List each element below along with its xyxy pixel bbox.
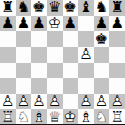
- square-h1[interactable]: ♜♖: [109, 109, 125, 125]
- piece-white-queen[interactable]: ♕: [47, 109, 63, 125]
- square-h5[interactable]: [109, 47, 125, 63]
- square-f4[interactable]: [78, 63, 94, 79]
- square-c5[interactable]: [31, 47, 47, 63]
- square-a1[interactable]: ♜♖: [0, 109, 16, 125]
- board-grid: ♜♞♚♛♚♝♞♜♟♟♟♚♔♟♟♟♚♟♙♟♙♟♙♟♙♟♙♟♙♟♙♟♙♜♖♞♘♝♗♛…: [0, 0, 125, 125]
- square-c7[interactable]: ♟: [31, 16, 47, 32]
- piece-white-bishop[interactable]: ♗: [31, 109, 47, 125]
- square-a6[interactable]: [0, 31, 16, 47]
- square-a7[interactable]: ♟: [0, 16, 16, 32]
- piece-black-pawn[interactable]: ♟: [94, 16, 110, 32]
- piece-white-rook[interactable]: ♖: [0, 109, 16, 125]
- square-a5[interactable]: [0, 47, 16, 63]
- square-f1[interactable]: ♝♗: [78, 109, 94, 125]
- board-bottom-edge: [0, 124, 125, 125]
- square-c4[interactable]: [31, 63, 47, 79]
- chess-board: ♜♞♚♛♚♝♞♜♟♟♟♚♔♟♟♟♚♟♙♟♙♟♙♟♙♟♙♟♙♟♙♟♙♜♖♞♘♝♗♛…: [0, 0, 125, 125]
- piece-black-pawn[interactable]: ♟: [0, 16, 16, 32]
- square-e1[interactable]: ♚♔: [63, 109, 79, 125]
- square-f5[interactable]: ♟♙: [78, 47, 94, 63]
- piece-black-pawn[interactable]: ♟: [16, 16, 32, 32]
- square-c1[interactable]: ♝♗: [31, 109, 47, 125]
- square-g7[interactable]: ♟: [94, 16, 110, 32]
- square-d4[interactable]: [47, 63, 63, 79]
- piece-white-king[interactable]: ♔: [47, 16, 63, 32]
- square-b7[interactable]: ♟: [16, 16, 32, 32]
- piece-black-pawn[interactable]: ♟: [63, 16, 79, 32]
- square-g4[interactable]: [94, 63, 110, 79]
- square-e5[interactable]: [63, 47, 79, 63]
- square-c6[interactable]: [31, 31, 47, 47]
- square-b6[interactable]: [16, 31, 32, 47]
- square-e3[interactable]: [63, 78, 79, 94]
- square-b4[interactable]: [16, 63, 32, 79]
- square-a4[interactable]: [0, 63, 16, 79]
- square-g6[interactable]: ♚: [94, 31, 110, 47]
- square-d7[interactable]: ♚♔: [47, 16, 63, 32]
- square-e6[interactable]: [63, 31, 79, 47]
- piece-white-king[interactable]: ♔: [63, 109, 79, 125]
- square-h6[interactable]: [109, 31, 125, 47]
- piece-white-pawn[interactable]: ♙: [78, 47, 94, 63]
- square-f7[interactable]: [78, 16, 94, 32]
- square-b5[interactable]: [16, 47, 32, 63]
- square-f8[interactable]: ♝: [78, 0, 94, 16]
- piece-black-pawn[interactable]: ♟: [109, 16, 125, 32]
- square-h7[interactable]: ♟: [109, 16, 125, 32]
- square-d1[interactable]: ♛♕: [47, 109, 63, 125]
- square-e4[interactable]: [63, 63, 79, 79]
- piece-white-knight[interactable]: ♘: [94, 109, 110, 125]
- square-d6[interactable]: [47, 31, 63, 47]
- piece-black-bishop[interactable]: ♝: [78, 0, 94, 16]
- piece-white-bishop[interactable]: ♗: [78, 109, 94, 125]
- square-b1[interactable]: ♞♘: [16, 109, 32, 125]
- square-d5[interactable]: [47, 47, 63, 63]
- piece-white-rook[interactable]: ♖: [109, 109, 125, 125]
- piece-white-knight[interactable]: ♘: [16, 109, 32, 125]
- piece-black-king[interactable]: ♚: [94, 31, 110, 47]
- square-e7[interactable]: ♟: [63, 16, 79, 32]
- square-g1[interactable]: ♞♘: [94, 109, 110, 125]
- square-g5[interactable]: [94, 47, 110, 63]
- piece-black-pawn[interactable]: ♟: [31, 16, 47, 32]
- square-h4[interactable]: [109, 63, 125, 79]
